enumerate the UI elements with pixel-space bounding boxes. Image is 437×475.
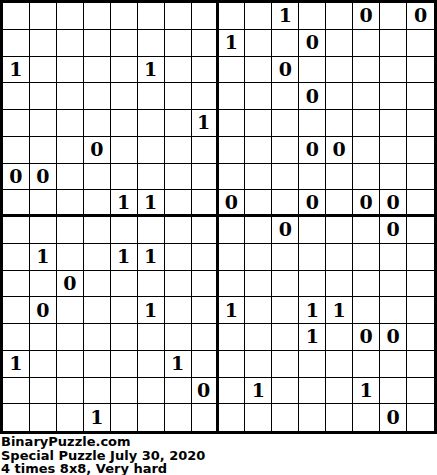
cell-r4c16-empty[interactable] (407, 83, 434, 110)
cell-r5c13-empty[interactable] (326, 110, 353, 137)
cell-r13c9-empty[interactable] (219, 324, 246, 351)
cell-r14c14-empty[interactable] (353, 351, 380, 378)
cell-r11c11-empty[interactable] (272, 271, 299, 298)
cell-r9c16-empty[interactable] (407, 217, 434, 244)
cell-r7c1-given: 0 (3, 164, 30, 191)
cell-r9c15-given: 0 (380, 217, 407, 244)
cell-r14c13-empty[interactable] (326, 351, 353, 378)
cell-r14c9-empty[interactable] (219, 351, 246, 378)
cell-r5c2-empty[interactable] (30, 110, 57, 137)
cell-r13c5-empty[interactable] (111, 324, 138, 351)
cell-r3c6-given: 1 (138, 57, 165, 84)
cell-r8c14-given: 0 (353, 190, 380, 217)
cell-r13c13-empty[interactable] (326, 324, 353, 351)
cell-r11c3-given: 0 (57, 271, 84, 298)
cell-r5c1-empty[interactable] (3, 110, 30, 137)
cell-r2c7-empty[interactable] (165, 30, 192, 57)
cell-r7c2-given: 0 (30, 164, 57, 191)
cell-r11c7-empty[interactable] (165, 271, 192, 298)
cell-r3c13-empty[interactable] (326, 57, 353, 84)
cell-r8c6-given: 1 (138, 190, 165, 217)
cell-r8c5-given: 1 (111, 190, 138, 217)
cell-r10c12-empty[interactable] (299, 244, 326, 271)
cell-r3c1-given: 1 (3, 57, 30, 84)
cell-r15c2-empty[interactable] (30, 378, 57, 405)
cell-r4c5-empty[interactable] (111, 83, 138, 110)
cell-r8c9-given: 0 (219, 190, 246, 217)
cell-r1c15-empty[interactable] (380, 3, 407, 30)
cell-r7c8-empty[interactable] (192, 164, 219, 191)
cell-r14c6-empty[interactable] (138, 351, 165, 378)
puzzle-page: 1001011001000001100000011100111110011011… (0, 0, 437, 475)
cell-r16c13-empty[interactable] (326, 404, 353, 431)
cell-r4c14-empty[interactable] (353, 83, 380, 110)
cell-r6c6-empty[interactable] (138, 137, 165, 164)
cell-r10c8-empty[interactable] (192, 244, 219, 271)
cell-r2c9-given: 1 (219, 30, 246, 57)
cell-r15c7-empty[interactable] (165, 378, 192, 405)
cell-r5c8-given: 1 (192, 110, 219, 137)
cell-r7c5-empty[interactable] (111, 164, 138, 191)
cell-r13c11-empty[interactable] (272, 324, 299, 351)
cell-r1c1-empty[interactable] (3, 3, 30, 30)
cell-r16c7-empty[interactable] (165, 404, 192, 431)
cell-r2c16-empty[interactable] (407, 30, 434, 57)
cell-r15c6-empty[interactable] (138, 378, 165, 405)
cell-r12c5-empty[interactable] (111, 297, 138, 324)
cell-r8c8-empty[interactable] (192, 190, 219, 217)
cell-r16c5-empty[interactable] (111, 404, 138, 431)
cell-r16c11-empty[interactable] (272, 404, 299, 431)
cell-r1c2-empty[interactable] (30, 3, 57, 30)
cell-r3c16-empty[interactable] (407, 57, 434, 84)
cell-r9c5-empty[interactable] (111, 217, 138, 244)
cell-r12c3-empty[interactable] (57, 297, 84, 324)
cell-r7c3-empty[interactable] (57, 164, 84, 191)
cell-r6c3-empty[interactable] (57, 137, 84, 164)
cell-r3c14-empty[interactable] (353, 57, 380, 84)
cell-r7c7-empty[interactable] (165, 164, 192, 191)
cell-r2c4-empty[interactable] (84, 30, 111, 57)
cell-r15c11-empty[interactable] (272, 378, 299, 405)
cell-r16c9-empty[interactable] (219, 404, 246, 431)
cell-r12c1-empty[interactable] (3, 297, 30, 324)
cell-r12c10-empty[interactable] (245, 297, 272, 324)
cell-r16c4-given: 1 (84, 404, 111, 431)
cell-r4c2-empty[interactable] (30, 83, 57, 110)
cell-r15c13-empty[interactable] (326, 378, 353, 405)
cell-r13c8-empty[interactable] (192, 324, 219, 351)
board: 1001011001000001100000011100111110011011… (0, 0, 437, 434)
cell-r12c11-empty[interactable] (272, 297, 299, 324)
cell-r4c8-empty[interactable] (192, 83, 219, 110)
cell-r10c3-empty[interactable] (57, 244, 84, 271)
cell-r5c14-empty[interactable] (353, 110, 380, 137)
cell-r13c6-empty[interactable] (138, 324, 165, 351)
cell-r9c3-empty[interactable] (57, 217, 84, 244)
cell-r3c2-empty[interactable] (30, 57, 57, 84)
cell-r8c2-empty[interactable] (30, 190, 57, 217)
cell-r15c9-empty[interactable] (219, 378, 246, 405)
cell-r14c8-empty[interactable] (192, 351, 219, 378)
cell-r6c16-empty[interactable] (407, 137, 434, 164)
cell-r2c8-empty[interactable] (192, 30, 219, 57)
cell-r16c10-empty[interactable] (245, 404, 272, 431)
cell-r9c6-empty[interactable] (138, 217, 165, 244)
cell-r10c14-empty[interactable] (353, 244, 380, 271)
cell-r15c10-given: 1 (245, 378, 272, 405)
cell-r1c16-given: 0 (407, 3, 434, 30)
cell-r14c5-empty[interactable] (111, 351, 138, 378)
cell-r9c14-empty[interactable] (353, 217, 380, 244)
cell-r10c10-empty[interactable] (245, 244, 272, 271)
cell-r14c16-empty[interactable] (407, 351, 434, 378)
cell-r11c13-empty[interactable] (326, 271, 353, 298)
cell-r7c6-empty[interactable] (138, 164, 165, 191)
cell-r8c12-given: 0 (299, 190, 326, 217)
cell-r5c10-empty[interactable] (245, 110, 272, 137)
cell-r6c13-given: 0 (326, 137, 353, 164)
cell-r12c4-empty[interactable] (84, 297, 111, 324)
cell-r16c16-empty[interactable] (407, 404, 434, 431)
cell-r9c8-empty[interactable] (192, 217, 219, 244)
cell-r14c2-empty[interactable] (30, 351, 57, 378)
cell-r14c15-empty[interactable] (380, 351, 407, 378)
cell-r4c3-empty[interactable] (57, 83, 84, 110)
cell-r12c9-given: 1 (219, 297, 246, 324)
cell-r3c15-empty[interactable] (380, 57, 407, 84)
cell-r7c16-empty[interactable] (407, 164, 434, 191)
cell-r3c4-empty[interactable] (84, 57, 111, 84)
cell-r9c13-empty[interactable] (326, 217, 353, 244)
cell-r4c10-empty[interactable] (245, 83, 272, 110)
cell-r9c1-empty[interactable] (3, 217, 30, 244)
cell-r4c4-empty[interactable] (84, 83, 111, 110)
cell-r13c3-empty[interactable] (57, 324, 84, 351)
cell-r7c11-empty[interactable] (272, 164, 299, 191)
cell-r12c15-empty[interactable] (380, 297, 407, 324)
puzzle-spec: 4 times 8x8, Very hard (1, 462, 437, 475)
cell-r1c10-empty[interactable] (245, 3, 272, 30)
cell-r11c8-empty[interactable] (192, 271, 219, 298)
cell-r3c11-given: 0 (272, 57, 299, 84)
cell-r14c1-given: 1 (3, 351, 30, 378)
cell-r16c3-empty[interactable] (57, 404, 84, 431)
cell-r14c10-empty[interactable] (245, 351, 272, 378)
cell-r4c11-empty[interactable] (272, 83, 299, 110)
cell-r12c13-given: 1 (326, 297, 353, 324)
cell-r8c1-empty[interactable] (3, 190, 30, 217)
cell-r16c1-empty[interactable] (3, 404, 30, 431)
cell-r9c7-empty[interactable] (165, 217, 192, 244)
cell-r13c16-empty[interactable] (407, 324, 434, 351)
cell-r4c15-empty[interactable] (380, 83, 407, 110)
cell-r10c6-given: 1 (138, 244, 165, 271)
cell-r10c15-empty[interactable] (380, 244, 407, 271)
cell-r5c16-empty[interactable] (407, 110, 434, 137)
cell-r15c12-empty[interactable] (299, 378, 326, 405)
cell-r9c11-given: 0 (272, 217, 299, 244)
cell-r5c12-empty[interactable] (299, 110, 326, 137)
cell-r3c8-empty[interactable] (192, 57, 219, 84)
cell-r15c8-given: 0 (192, 378, 219, 405)
cell-r13c2-empty[interactable] (30, 324, 57, 351)
cell-r5c5-empty[interactable] (111, 110, 138, 137)
cell-r15c16-empty[interactable] (407, 378, 434, 405)
cell-r1c3-empty[interactable] (57, 3, 84, 30)
cell-r9c10-empty[interactable] (245, 217, 272, 244)
site-name: BinaryPuzzle.com (1, 435, 437, 449)
cell-r14c11-empty[interactable] (272, 351, 299, 378)
cell-r6c4-given: 0 (84, 137, 111, 164)
cell-r8c16-empty[interactable] (407, 190, 434, 217)
cell-r15c5-empty[interactable] (111, 378, 138, 405)
cell-r8c13-empty[interactable] (326, 190, 353, 217)
cell-r2c3-empty[interactable] (57, 30, 84, 57)
cell-r4c12-given: 0 (299, 83, 326, 110)
footer: BinaryPuzzle.com Special Puzzle July 30,… (0, 434, 437, 475)
cell-r10c1-empty[interactable] (3, 244, 30, 271)
cell-r3c7-empty[interactable] (165, 57, 192, 84)
cell-r7c15-empty[interactable] (380, 164, 407, 191)
cell-r16c14-empty[interactable] (353, 404, 380, 431)
cell-r16c6-empty[interactable] (138, 404, 165, 431)
cell-r7c9-empty[interactable] (219, 164, 246, 191)
cell-r5c9-empty[interactable] (219, 110, 246, 137)
cell-r2c11-empty[interactable] (272, 30, 299, 57)
cell-r2c6-empty[interactable] (138, 30, 165, 57)
cell-r8c11-empty[interactable] (272, 190, 299, 217)
cell-r12c14-empty[interactable] (353, 297, 380, 324)
cell-r7c13-empty[interactable] (326, 164, 353, 191)
cell-r5c3-empty[interactable] (57, 110, 84, 137)
cell-r15c4-empty[interactable] (84, 378, 111, 405)
cell-r11c2-empty[interactable] (30, 271, 57, 298)
cell-r9c12-empty[interactable] (299, 217, 326, 244)
cell-r6c11-empty[interactable] (272, 137, 299, 164)
cell-r14c4-empty[interactable] (84, 351, 111, 378)
cell-r16c8-empty[interactable] (192, 404, 219, 431)
cell-r11c15-empty[interactable] (380, 271, 407, 298)
cell-r11c9-empty[interactable] (219, 271, 246, 298)
cell-r8c10-empty[interactable] (245, 190, 272, 217)
cell-r6c9-empty[interactable] (219, 137, 246, 164)
cell-r11c6-empty[interactable] (138, 271, 165, 298)
cell-r14c12-empty[interactable] (299, 351, 326, 378)
cell-r3c9-empty[interactable] (219, 57, 246, 84)
cell-r13c4-empty[interactable] (84, 324, 111, 351)
cell-r1c5-empty[interactable] (111, 3, 138, 30)
cell-r12c12-given: 1 (299, 297, 326, 324)
cell-r9c4-empty[interactable] (84, 217, 111, 244)
cell-r1c11-given: 1 (272, 3, 299, 30)
cell-r10c4-empty[interactable] (84, 244, 111, 271)
cell-r16c12-empty[interactable] (299, 404, 326, 431)
cell-r7c4-empty[interactable] (84, 164, 111, 191)
cell-r15c1-empty[interactable] (3, 378, 30, 405)
cell-r16c15-given: 0 (380, 404, 407, 431)
cell-r11c12-empty[interactable] (299, 271, 326, 298)
cell-r9c2-empty[interactable] (30, 217, 57, 244)
cell-r11c4-empty[interactable] (84, 271, 111, 298)
cell-r3c5-empty[interactable] (111, 57, 138, 84)
cell-r13c15-given: 0 (380, 324, 407, 351)
cell-r2c13-empty[interactable] (326, 30, 353, 57)
puzzle-title: Special Puzzle July 30, 2020 (1, 449, 437, 463)
cell-r3c12-empty[interactable] (299, 57, 326, 84)
cell-r13c10-empty[interactable] (245, 324, 272, 351)
cell-r8c3-empty[interactable] (57, 190, 84, 217)
cell-r12c7-empty[interactable] (165, 297, 192, 324)
cell-r6c1-empty[interactable] (3, 137, 30, 164)
cell-r2c10-empty[interactable] (245, 30, 272, 57)
cell-r5c7-empty[interactable] (165, 110, 192, 137)
cell-r5c6-empty[interactable] (138, 110, 165, 137)
cell-r1c14-given: 0 (353, 3, 380, 30)
cell-r5c15-empty[interactable] (380, 110, 407, 137)
cell-r12c6-given: 1 (138, 297, 165, 324)
cell-r1c13-empty[interactable] (326, 3, 353, 30)
cell-r1c8-empty[interactable] (192, 3, 219, 30)
cell-r12c16-empty[interactable] (407, 297, 434, 324)
cell-r7c14-empty[interactable] (353, 164, 380, 191)
cell-r14c3-empty[interactable] (57, 351, 84, 378)
cell-r12c8-empty[interactable] (192, 297, 219, 324)
cell-r10c13-empty[interactable] (326, 244, 353, 271)
cell-r10c2-given: 1 (30, 244, 57, 271)
cell-r2c1-empty[interactable] (3, 30, 30, 57)
cell-r6c12-given: 0 (299, 137, 326, 164)
cell-r16c2-empty[interactable] (30, 404, 57, 431)
cell-r8c7-empty[interactable] (165, 190, 192, 217)
cell-r8c15-given: 0 (380, 190, 407, 217)
cell-r4c6-empty[interactable] (138, 83, 165, 110)
cell-r6c2-empty[interactable] (30, 137, 57, 164)
cell-r11c5-empty[interactable] (111, 271, 138, 298)
cell-r6c10-empty[interactable] (245, 137, 272, 164)
cell-r10c5-given: 1 (111, 244, 138, 271)
cell-r13c1-empty[interactable] (3, 324, 30, 351)
cell-r9c9-empty[interactable] (219, 217, 246, 244)
cell-r15c14-given: 1 (353, 378, 380, 405)
cell-r11c10-empty[interactable] (245, 271, 272, 298)
cell-r1c4-empty[interactable] (84, 3, 111, 30)
cell-r13c7-empty[interactable] (165, 324, 192, 351)
cell-r10c11-empty[interactable] (272, 244, 299, 271)
cell-r1c9-empty[interactable] (219, 3, 246, 30)
cell-r1c7-empty[interactable] (165, 3, 192, 30)
cell-r6c8-empty[interactable] (192, 137, 219, 164)
cell-r5c11-empty[interactable] (272, 110, 299, 137)
cell-r4c1-empty[interactable] (3, 83, 30, 110)
cell-r2c5-empty[interactable] (111, 30, 138, 57)
cell-r13c12-given: 1 (299, 324, 326, 351)
cell-r3c3-empty[interactable] (57, 57, 84, 84)
cell-r1c12-empty[interactable] (299, 3, 326, 30)
cell-r15c15-empty[interactable] (380, 378, 407, 405)
cell-r10c16-empty[interactable] (407, 244, 434, 271)
cell-r2c14-empty[interactable] (353, 30, 380, 57)
cell-r5c4-empty[interactable] (84, 110, 111, 137)
cell-r10c7-empty[interactable] (165, 244, 192, 271)
cell-r6c15-empty[interactable] (380, 137, 407, 164)
cell-r14c7-given: 1 (165, 351, 192, 378)
cell-r2c2-empty[interactable] (30, 30, 57, 57)
cell-r4c7-empty[interactable] (165, 83, 192, 110)
cell-r2c15-empty[interactable] (380, 30, 407, 57)
cell-r12c2-given: 0 (30, 297, 57, 324)
cell-r4c13-empty[interactable] (326, 83, 353, 110)
cell-r1c6-empty[interactable] (138, 3, 165, 30)
cell-r15c3-empty[interactable] (57, 378, 84, 405)
cell-r3c10-empty[interactable] (245, 57, 272, 84)
cell-r7c12-empty[interactable] (299, 164, 326, 191)
cell-r13c14-given: 0 (353, 324, 380, 351)
cell-r4c9-empty[interactable] (219, 83, 246, 110)
cell-r11c14-empty[interactable] (353, 271, 380, 298)
cell-r11c1-empty[interactable] (3, 271, 30, 298)
cell-r6c14-empty[interactable] (353, 137, 380, 164)
cell-r2c12-given: 0 (299, 30, 326, 57)
cell-r6c7-empty[interactable] (165, 137, 192, 164)
cell-r11c16-empty[interactable] (407, 271, 434, 298)
cell-r7c10-empty[interactable] (245, 164, 272, 191)
cell-r8c4-empty[interactable] (84, 190, 111, 217)
cell-r6c5-empty[interactable] (111, 137, 138, 164)
cell-r10c9-empty[interactable] (219, 244, 246, 271)
